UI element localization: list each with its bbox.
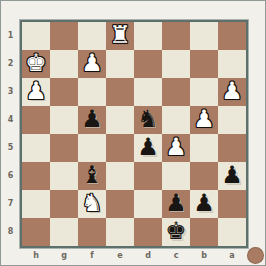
piece-white-knight-f7[interactable]: ♞ — [81, 189, 103, 217]
piece-white-pawn-a3[interactable]: ♟ — [221, 77, 243, 105]
square-d3[interactable] — [134, 78, 162, 106]
turn-indicator-black-to-move — [247, 247, 264, 264]
rank-label-5: 5 — [4, 143, 17, 153]
square-g8[interactable] — [50, 218, 78, 246]
piece-black-bishop-f6[interactable]: ♝ — [81, 161, 103, 189]
square-d1[interactable] — [134, 22, 162, 50]
square-g7[interactable] — [50, 190, 78, 218]
piece-white-pawn-h3[interactable]: ♟ — [25, 77, 47, 105]
piece-black-knight-d4[interactable]: ♞ — [137, 105, 159, 133]
square-g1[interactable] — [50, 22, 78, 50]
square-g4[interactable] — [50, 106, 78, 134]
square-a4[interactable] — [218, 106, 246, 134]
rank-label-4: 4 — [4, 115, 17, 125]
square-c6[interactable] — [162, 162, 190, 190]
file-label-d: d — [134, 251, 162, 261]
square-b7[interactable]: ♟ — [190, 190, 218, 218]
file-label-g: g — [50, 251, 78, 261]
square-f5[interactable] — [78, 134, 106, 162]
square-c2[interactable] — [162, 50, 190, 78]
square-a5[interactable] — [218, 134, 246, 162]
square-a6[interactable]: ♟ — [218, 162, 246, 190]
square-b2[interactable] — [190, 50, 218, 78]
square-c1[interactable] — [162, 22, 190, 50]
rank-label-1: 1 — [4, 31, 17, 41]
rank-label-3: 3 — [4, 87, 17, 97]
square-c4[interactable] — [162, 106, 190, 134]
square-d6[interactable] — [134, 162, 162, 190]
square-c5[interactable]: ♟ — [162, 134, 190, 162]
piece-black-pawn-d5[interactable]: ♟ — [137, 133, 159, 161]
file-label-f: f — [78, 251, 106, 261]
piece-white-rook-e1[interactable]: ♜ — [109, 21, 131, 49]
square-b8[interactable] — [190, 218, 218, 246]
square-a2[interactable] — [218, 50, 246, 78]
rank-label-6: 6 — [4, 171, 17, 181]
square-d8[interactable] — [134, 218, 162, 246]
square-c7[interactable]: ♟ — [162, 190, 190, 218]
square-h7[interactable] — [22, 190, 50, 218]
square-b4[interactable]: ♟ — [190, 106, 218, 134]
square-f6[interactable]: ♝ — [78, 162, 106, 190]
file-label-a: a — [218, 251, 246, 261]
piece-black-pawn-f4[interactable]: ♟ — [81, 105, 103, 133]
square-d2[interactable] — [134, 50, 162, 78]
square-e4[interactable] — [106, 106, 134, 134]
square-a3[interactable]: ♟ — [218, 78, 246, 106]
square-a7[interactable] — [218, 190, 246, 218]
square-d7[interactable] — [134, 190, 162, 218]
file-label-h: h — [22, 251, 50, 261]
square-f4[interactable]: ♟ — [78, 106, 106, 134]
square-e8[interactable] — [106, 218, 134, 246]
square-f8[interactable] — [78, 218, 106, 246]
piece-black-pawn-b7[interactable]: ♟ — [193, 189, 215, 217]
piece-white-pawn-b4[interactable]: ♟ — [193, 105, 215, 133]
piece-black-pawn-c7[interactable]: ♟ — [165, 189, 187, 217]
square-g6[interactable] — [50, 162, 78, 190]
piece-white-king-h2[interactable]: ♚ — [25, 49, 47, 77]
square-e5[interactable] — [106, 134, 134, 162]
square-d5[interactable]: ♟ — [134, 134, 162, 162]
board-frame: ♜♚♟♟♟♟♞♟♟♟♝♟♞♟♟♚ — [20, 20, 248, 248]
square-e1[interactable]: ♜ — [106, 22, 134, 50]
square-h1[interactable] — [22, 22, 50, 50]
square-a8[interactable] — [218, 218, 246, 246]
square-b3[interactable] — [190, 78, 218, 106]
square-f2[interactable]: ♟ — [78, 50, 106, 78]
square-h5[interactable] — [22, 134, 50, 162]
square-g5[interactable] — [50, 134, 78, 162]
square-b1[interactable] — [190, 22, 218, 50]
square-d4[interactable]: ♞ — [134, 106, 162, 134]
square-g3[interactable] — [50, 78, 78, 106]
square-h6[interactable] — [22, 162, 50, 190]
square-f1[interactable] — [78, 22, 106, 50]
square-f7[interactable]: ♞ — [78, 190, 106, 218]
square-b6[interactable] — [190, 162, 218, 190]
file-label-e: e — [106, 251, 134, 261]
square-g2[interactable] — [50, 50, 78, 78]
chess-board[interactable]: ♜♚♟♟♟♟♞♟♟♟♝♟♞♟♟♚ — [22, 22, 246, 246]
square-c8[interactable]: ♚ — [162, 218, 190, 246]
square-h2[interactable]: ♚ — [22, 50, 50, 78]
rank-label-2: 2 — [4, 59, 17, 69]
square-h8[interactable] — [22, 218, 50, 246]
square-e7[interactable] — [106, 190, 134, 218]
file-label-b: b — [190, 251, 218, 261]
square-c3[interactable] — [162, 78, 190, 106]
chess-diagram-screen: ♜♚♟♟♟♟♞♟♟♟♝♟♞♟♟♚ 12345678 hgfedcba — [0, 0, 266, 266]
square-f3[interactable] — [78, 78, 106, 106]
square-e6[interactable] — [106, 162, 134, 190]
square-h3[interactable]: ♟ — [22, 78, 50, 106]
rank-label-7: 7 — [4, 199, 17, 209]
square-a1[interactable] — [218, 22, 246, 50]
piece-white-pawn-f2[interactable]: ♟ — [81, 49, 103, 77]
square-h4[interactable] — [22, 106, 50, 134]
file-label-c: c — [162, 251, 190, 261]
square-b5[interactable] — [190, 134, 218, 162]
rank-label-8: 8 — [4, 227, 17, 237]
square-e2[interactable] — [106, 50, 134, 78]
piece-black-pawn-a6[interactable]: ♟ — [221, 161, 243, 189]
piece-white-pawn-c5[interactable]: ♟ — [165, 133, 187, 161]
piece-black-king-c8[interactable]: ♚ — [165, 217, 187, 245]
square-e3[interactable] — [106, 78, 134, 106]
